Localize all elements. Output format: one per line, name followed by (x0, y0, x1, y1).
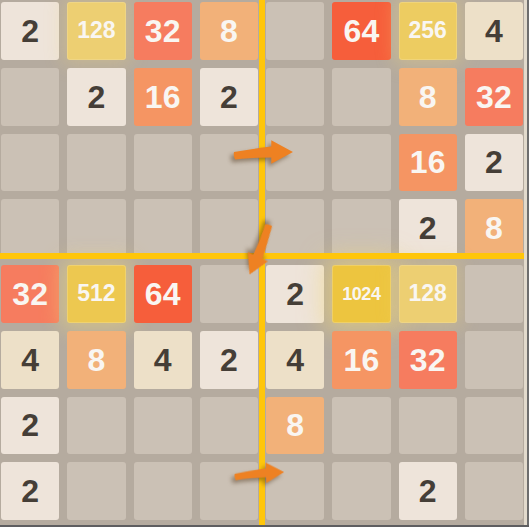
tile-4: 4 (134, 331, 192, 389)
tile-4: 4 (465, 2, 523, 60)
empty-cell (67, 134, 125, 192)
tile-2: 2 (399, 199, 457, 257)
tile-2: 2 (1, 2, 59, 60)
empty-cell (332, 397, 390, 455)
tile-2: 2 (1, 462, 59, 520)
tile-32: 32 (134, 2, 192, 60)
empty-cell (134, 134, 192, 192)
arrow-right-lower-icon (233, 460, 286, 486)
empty-cell (67, 462, 125, 520)
empty-cell (134, 397, 192, 455)
empty-cell (465, 397, 523, 455)
empty-cell (266, 2, 324, 60)
tile-4: 4 (266, 331, 324, 389)
tile-8: 8 (67, 331, 125, 389)
tile-2: 2 (200, 331, 258, 389)
tile-16: 16 (399, 134, 457, 192)
tile-128: 128 (67, 2, 125, 60)
empty-cell (200, 397, 258, 455)
empty-cell (266, 68, 324, 126)
tile-32: 32 (399, 331, 457, 389)
arrow-right-upper-icon (232, 138, 294, 166)
tile-2: 2 (1, 397, 59, 455)
empty-cell (134, 462, 192, 520)
empty-cell (332, 462, 390, 520)
tile-128: 128 (399, 265, 457, 323)
tile-16: 16 (134, 68, 192, 126)
tile-2: 2 (266, 265, 324, 323)
tile-8: 8 (399, 68, 457, 126)
empty-cell (332, 199, 390, 257)
tile-16: 16 (332, 331, 390, 389)
empty-cell (134, 199, 192, 257)
2048-screenshot: 2128328642564216283216228325126421024128… (0, 0, 529, 527)
tile-8: 8 (266, 397, 324, 455)
tile-8: 8 (200, 2, 258, 60)
tile-32: 32 (1, 265, 59, 323)
empty-cell (332, 68, 390, 126)
tile-2: 2 (200, 68, 258, 126)
empty-cell (67, 199, 125, 257)
tile-32: 32 (465, 68, 523, 126)
empty-cell (1, 68, 59, 126)
tile-8: 8 (465, 199, 523, 257)
empty-cell (465, 331, 523, 389)
empty-cell (399, 397, 457, 455)
empty-cell (1, 199, 59, 257)
tile-64: 64 (134, 265, 192, 323)
tile-256: 256 (399, 2, 457, 60)
empty-cell (465, 265, 523, 323)
tile-2: 2 (399, 462, 457, 520)
tile-2: 2 (67, 68, 125, 126)
tile-2: 2 (465, 134, 523, 192)
tile-512: 512 (67, 265, 125, 323)
empty-cell (332, 134, 390, 192)
empty-cell (1, 134, 59, 192)
empty-cell (67, 397, 125, 455)
empty-cell (465, 462, 523, 520)
tile-1024: 1024 (332, 265, 390, 323)
tile-64: 64 (332, 2, 390, 60)
tile-4: 4 (1, 331, 59, 389)
